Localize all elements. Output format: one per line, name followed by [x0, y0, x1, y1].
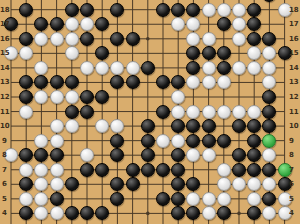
- row-label-left-12: 12: [0, 94, 9, 101]
- go-stone-white[interactable]: [50, 206, 64, 220]
- go-stone-white[interactable]: [232, 105, 246, 119]
- row-label-right-16: 16: [289, 35, 300, 42]
- go-stone-white[interactable]: [247, 192, 261, 206]
- row-label-left-8: 8: [0, 152, 9, 159]
- row-label-left-4: 4: [0, 210, 9, 217]
- go-stone-black[interactable]: [50, 148, 64, 162]
- go-stone-white[interactable]: [171, 134, 185, 148]
- go-stone-black[interactable]: [202, 134, 216, 148]
- go-stone-black[interactable]: [232, 119, 246, 133]
- go-stone-white[interactable]: [202, 192, 216, 206]
- row-label-left-6: 6: [0, 181, 9, 188]
- row-label-left-11: 11: [0, 108, 9, 115]
- go-stone-white[interactable]: [202, 75, 216, 89]
- go-stone-black[interactable]: [217, 134, 231, 148]
- go-stone-white[interactable]: [217, 105, 231, 119]
- go-stone-black[interactable]: [247, 32, 261, 46]
- row-label-left-17: 17: [0, 21, 9, 28]
- go-stone-black[interactable]: [217, 61, 231, 75]
- go-stone-black[interactable]: [65, 105, 79, 119]
- go-stone-black[interactable]: [141, 61, 155, 75]
- row-label-right-18: 18: [289, 6, 300, 13]
- go-stone-white[interactable]: [202, 105, 216, 119]
- go-stone-black[interactable]: [232, 163, 246, 177]
- go-stone-black[interactable]: [186, 3, 200, 17]
- row-label-left-5: 5: [0, 195, 9, 202]
- go-stone-black[interactable]: [126, 163, 140, 177]
- go-stone-white[interactable]: [217, 3, 231, 17]
- go-stone-white[interactable]: [247, 105, 261, 119]
- go-stone-white[interactable]: [217, 192, 231, 206]
- go-stone-black[interactable]: [80, 32, 94, 46]
- go-stone-white[interactable]: [126, 61, 140, 75]
- go-stone-white[interactable]: [19, 163, 33, 177]
- go-stone-black[interactable]: [247, 3, 261, 17]
- go-stone-white[interactable]: [65, 119, 79, 133]
- go-stone-black[interactable]: [80, 3, 94, 17]
- row-label-right-14: 14: [289, 64, 300, 71]
- go-stone-black[interactable]: [50, 17, 64, 31]
- row-label-left-14: 14: [0, 64, 9, 71]
- go-stone-white[interactable]: [202, 3, 216, 17]
- go-stone-black[interactable]: [156, 192, 170, 206]
- go-board[interactable]: 1817161514131211109876541817161514131211…: [0, 0, 300, 224]
- go-stone-white[interactable]: [80, 61, 94, 75]
- row-label-left-9: 9: [0, 137, 9, 144]
- go-stone-black[interactable]: [50, 192, 64, 206]
- row-label-right-8: 8: [289, 152, 300, 159]
- row-label-right-6: 6: [289, 181, 300, 188]
- go-stone-black[interactable]: [141, 119, 155, 133]
- go-stone-white[interactable]: [34, 134, 48, 148]
- go-stone-white[interactable]: [232, 32, 246, 46]
- go-stone-white[interactable]: [232, 3, 246, 17]
- go-stone-white[interactable]: [202, 32, 216, 46]
- go-stone-black[interactable]: [141, 148, 155, 162]
- go-stone-white[interactable]: [65, 17, 79, 31]
- go-stone-black[interactable]: [126, 75, 140, 89]
- go-stone-white[interactable]: [50, 163, 64, 177]
- row-label-right-15: 15: [289, 50, 300, 57]
- go-stone-white[interactable]: [65, 32, 79, 46]
- row-label-right-10: 10: [289, 123, 300, 130]
- go-stone-black[interactable]: [156, 163, 170, 177]
- go-stone-white[interactable]: [156, 134, 170, 148]
- go-stone-black[interactable]: [171, 163, 185, 177]
- go-stone-black[interactable]: [126, 32, 140, 46]
- row-label-right-5: 5: [289, 195, 300, 202]
- row-label-right-12: 12: [289, 94, 300, 101]
- go-stone-white[interactable]: [50, 32, 64, 46]
- go-stone-black[interactable]: [171, 3, 185, 17]
- go-stone-black[interactable]: [126, 177, 140, 191]
- go-stone-white[interactable]: [217, 163, 231, 177]
- go-stone-white[interactable]: [50, 134, 64, 148]
- go-stone-white[interactable]: [217, 177, 231, 191]
- row-label-right-7: 7: [289, 166, 300, 173]
- go-stone-black[interactable]: [247, 134, 261, 148]
- go-stone-white[interactable]: [95, 61, 109, 75]
- go-stone-black[interactable]: [19, 3, 33, 17]
- go-stone-black[interactable]: [141, 163, 155, 177]
- row-label-left-7: 7: [0, 166, 9, 173]
- row-label-right-11: 11: [289, 108, 300, 115]
- row-label-right-9: 9: [289, 137, 300, 144]
- go-stone-black[interactable]: [262, 105, 276, 119]
- go-stone-white[interactable]: [19, 192, 33, 206]
- row-label-left-10: 10: [0, 123, 9, 130]
- row-label-left-18: 18: [0, 6, 9, 13]
- go-stone-black[interactable]: [65, 3, 79, 17]
- go-stone-black[interactable]: [247, 163, 261, 177]
- row-label-left-16: 16: [0, 35, 9, 42]
- go-stone-white[interactable]: [186, 105, 200, 119]
- go-stone-black[interactable]: [80, 105, 94, 119]
- go-stone-black[interactable]: [50, 75, 64, 89]
- go-stone-white[interactable]: [247, 61, 261, 75]
- go-stone-white[interactable]: [232, 61, 246, 75]
- go-stone-green-marked[interactable]: [262, 134, 276, 148]
- go-stone-black[interactable]: [156, 3, 170, 17]
- go-stone-black[interactable]: [156, 105, 170, 119]
- go-stone-black[interactable]: [65, 177, 79, 191]
- go-stone-black[interactable]: [110, 3, 124, 17]
- go-stone-black[interactable]: [186, 134, 200, 148]
- go-stone-white[interactable]: [202, 148, 216, 162]
- go-stone-white[interactable]: [202, 206, 216, 220]
- go-stone-white[interactable]: [19, 105, 33, 119]
- go-stone-black[interactable]: [217, 17, 231, 31]
- go-stone-black[interactable]: [171, 192, 185, 206]
- go-stone-black[interactable]: [19, 32, 33, 46]
- go-stone-white[interactable]: [171, 105, 185, 119]
- go-stone-black[interactable]: [80, 163, 94, 177]
- go-stone-white[interactable]: [65, 90, 79, 104]
- row-label-left-15: 15: [0, 50, 9, 57]
- row-label-left-13: 13: [0, 79, 9, 86]
- go-stone-white[interactable]: [50, 90, 64, 104]
- go-stone-white[interactable]: [50, 177, 64, 191]
- go-stone-black[interactable]: [95, 163, 109, 177]
- go-stone-black[interactable]: [80, 90, 94, 104]
- row-label-right-4: 4: [289, 210, 300, 217]
- go-stone-black[interactable]: [202, 46, 216, 60]
- go-stone-white[interactable]: [202, 61, 216, 75]
- go-stone-black[interactable]: [110, 134, 124, 148]
- go-stone-black[interactable]: [141, 134, 155, 148]
- go-stone-white[interactable]: [50, 119, 64, 133]
- row-label-right-17: 17: [289, 21, 300, 28]
- row-label-right-13: 13: [289, 79, 300, 86]
- go-stone-black[interactable]: [202, 119, 216, 133]
